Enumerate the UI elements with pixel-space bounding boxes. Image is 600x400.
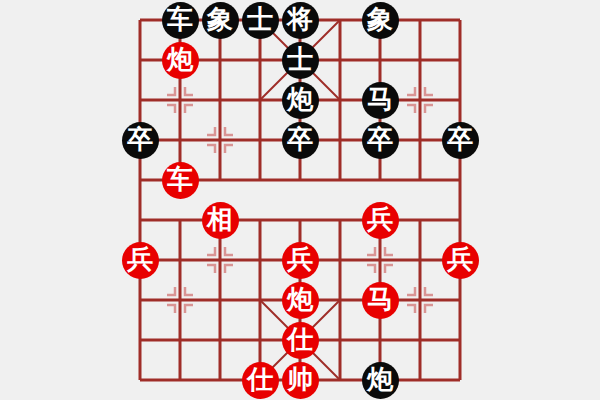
piece-red-elephant[interactable]: 相 <box>202 202 239 239</box>
piece-red-cannon[interactable]: 炮 <box>282 282 319 319</box>
piece-black-elephant[interactable]: 象 <box>202 2 239 39</box>
piece-red-horse[interactable]: 马 <box>362 282 399 319</box>
piece-black-cannon[interactable]: 炮 <box>282 82 319 119</box>
piece-black-soldier[interactable]: 卒 <box>122 122 159 159</box>
xiangqi-board: 车象士将象炮士炮马卒卒卒卒车相兵兵兵兵炮马仕仕帅炮 <box>120 0 480 400</box>
piece-red-soldier[interactable]: 兵 <box>282 242 319 279</box>
piece-red-general[interactable]: 帅 <box>282 362 319 399</box>
piece-black-general[interactable]: 将 <box>282 2 319 39</box>
piece-red-advisor[interactable]: 仕 <box>282 322 319 359</box>
piece-black-elephant[interactable]: 象 <box>362 2 399 39</box>
piece-black-soldier[interactable]: 卒 <box>282 122 319 159</box>
piece-black-advisor[interactable]: 士 <box>242 2 279 39</box>
piece-black-advisor[interactable]: 士 <box>282 42 319 79</box>
piece-red-soldier[interactable]: 兵 <box>442 242 479 279</box>
piece-black-cannon[interactable]: 炮 <box>362 362 399 399</box>
piece-red-soldier[interactable]: 兵 <box>122 242 159 279</box>
piece-red-cannon[interactable]: 炮 <box>162 42 199 79</box>
piece-red-advisor[interactable]: 仕 <box>242 362 279 399</box>
piece-red-soldier[interactable]: 兵 <box>362 202 399 239</box>
piece-red-chariot[interactable]: 车 <box>162 162 199 199</box>
xiangqi-app: 车象士将象炮士炮马卒卒卒卒车相兵兵兵兵炮马仕仕帅炮 <box>0 0 600 400</box>
piece-black-soldier[interactable]: 卒 <box>442 122 479 159</box>
piece-black-chariot[interactable]: 车 <box>162 2 199 39</box>
piece-black-horse[interactable]: 马 <box>362 82 399 119</box>
piece-black-soldier[interactable]: 卒 <box>362 122 399 159</box>
